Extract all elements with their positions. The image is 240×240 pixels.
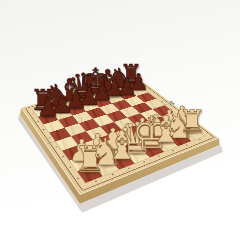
- piece-contact-shadow: [108, 95, 122, 100]
- piece-contact-shadow: [132, 87, 145, 91]
- piece-contact-shadow: [171, 135, 187, 140]
- piece-contact-shadow: [101, 88, 114, 92]
- piece-contact-shadow: [129, 151, 146, 157]
- piece-contact-shadow: [148, 131, 164, 136]
- piece-contact-shadow: [41, 114, 56, 119]
- piece-contact-shadow: [63, 99, 77, 104]
- product-photo-scene: ♜♞♝♛♚♝♞♜♟♟♟♟♟♟♟♟♟♟♟♟♟♟♟♟♜♞♝♛♚♝♞♜: [0, 0, 240, 240]
- piece-contact-shadow: [174, 122, 189, 127]
- piece-contact-shadow: [89, 92, 102, 97]
- piece-contact-shadow: [97, 163, 115, 169]
- piece-contact-shadow: [55, 110, 70, 115]
- piece-contact-shadow: [144, 145, 161, 151]
- piece-contact-shadow: [113, 85, 126, 89]
- piece-contact-shadow: [113, 157, 130, 163]
- chess-pieces-layer: ♜♞♝♛♚♝♞♜♟♟♟♟♟♟♟♟♟♟♟♟♟♟♟♟♜♞♝♛♚♝♞♜: [0, 0, 240, 240]
- piece-contact-shadow: [95, 98, 109, 103]
- piece-contact-shadow: [89, 153, 106, 159]
- piece-contact-shadow: [134, 136, 150, 141]
- piece-contact-shadow: [49, 103, 63, 108]
- piece-contact-shadow: [105, 147, 122, 153]
- piece-contact-shadow: [125, 82, 138, 86]
- piece-contact-shadow: [76, 96, 90, 101]
- piece-contact-shadow: [82, 102, 96, 107]
- piece-contact-shadow: [73, 158, 90, 164]
- piece-contact-shadow: [120, 91, 133, 96]
- piece-contact-shadow: [35, 107, 49, 112]
- piece-contact-shadow: [69, 106, 83, 111]
- piece-contact-shadow: [158, 140, 174, 145]
- piece-contact-shadow: [184, 130, 200, 135]
- piece-contact-shadow: [161, 126, 177, 131]
- piece-contact-shadow: [81, 169, 99, 175]
- piece-contact-shadow: [120, 141, 136, 147]
